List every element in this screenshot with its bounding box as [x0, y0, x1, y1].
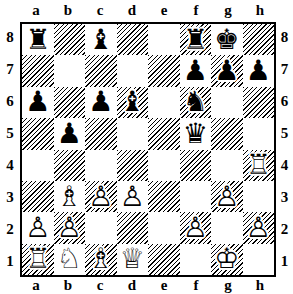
white-queen-d1[interactable]: ♛♕	[117, 244, 149, 275]
square-h6[interactable]	[243, 87, 275, 118]
rank-label-8: 8	[276, 22, 293, 54]
piece-glyph: ♙	[120, 183, 145, 211]
square-a4[interactable]	[22, 150, 54, 181]
square-g8[interactable]: ♚♚	[211, 24, 243, 55]
rank-label-1: 1	[0, 245, 20, 277]
rank-label-4: 4	[276, 150, 293, 182]
piece-glyph: ♜	[183, 26, 208, 54]
square-g1[interactable]: ♚♔	[211, 244, 243, 275]
black-pawn-c6[interactable]: ♟♟	[85, 87, 117, 118]
square-g6[interactable]	[211, 87, 243, 118]
white-pawn-c3[interactable]: ♟♙	[85, 181, 117, 212]
chess-board: ♜♜♝♝♜♜♚♚♟♟♟♟♟♟♟♟♟♟♝♝♞♞♟♟♛♛♜♖♝♗♟♙♟♙♟♙♟♙♟♙…	[20, 22, 276, 277]
piece-glyph: ♙	[246, 214, 271, 242]
piece-glyph: ♕	[120, 245, 145, 273]
square-a6[interactable]: ♟♟	[22, 87, 54, 118]
white-bishop-c1[interactable]: ♝♗	[85, 244, 117, 275]
square-f6[interactable]: ♞♞	[180, 87, 212, 118]
rank-label-2: 2	[0, 213, 20, 245]
square-g4[interactable]	[211, 150, 243, 181]
piece-glyph: ♖	[25, 245, 50, 273]
square-b2[interactable]: ♟♙	[54, 212, 86, 243]
white-pawn-g3[interactable]: ♟♙	[211, 181, 243, 212]
chess-diagram: a b c d e f g h 8 7 6 5 4 3 2 1 ♜♜♝♝♜♜♚♚…	[0, 0, 293, 294]
white-knight-b1[interactable]: ♞♘	[54, 244, 86, 275]
piece-glyph: ♙	[88, 183, 113, 211]
rank-label-5: 5	[0, 118, 20, 150]
piece-glyph: ♟	[214, 57, 239, 85]
white-rook-h4[interactable]: ♜♖	[243, 150, 275, 181]
piece-glyph: ♟	[183, 57, 208, 85]
square-c2[interactable]	[85, 212, 117, 243]
black-bishop-c8[interactable]: ♝♝	[85, 24, 117, 55]
piece-glyph: ♟	[246, 57, 271, 85]
file-labels-top: a b c d e f g h	[20, 0, 276, 21]
piece-glyph: ♖	[246, 151, 271, 179]
square-e3[interactable]	[148, 181, 180, 212]
square-f7[interactable]: ♟♟	[180, 55, 212, 86]
black-king-g8[interactable]: ♚♚	[211, 24, 243, 55]
piece-glyph: ♜	[25, 26, 50, 54]
square-d3[interactable]: ♟♙	[117, 181, 149, 212]
square-c4[interactable]	[85, 150, 117, 181]
black-queen-f5[interactable]: ♛♛	[180, 118, 212, 149]
file-label-c: c	[84, 277, 116, 294]
white-king-g1[interactable]: ♚♔	[211, 244, 243, 275]
piece-glyph: ♝	[88, 26, 113, 54]
square-g5[interactable]	[211, 118, 243, 149]
square-d4[interactable]	[117, 150, 149, 181]
black-pawn-a6[interactable]: ♟♟	[22, 87, 54, 118]
rank-label-3: 3	[0, 181, 20, 213]
square-e8[interactable]	[148, 24, 180, 55]
piece-glyph: ♛	[183, 120, 208, 148]
square-e7[interactable]	[148, 55, 180, 86]
square-e1[interactable]	[148, 244, 180, 275]
file-label-a: a	[20, 0, 52, 21]
white-rook-a1[interactable]: ♜♖	[22, 244, 54, 275]
square-h7[interactable]: ♟♟	[243, 55, 275, 86]
black-rook-a8[interactable]: ♜♜	[22, 24, 54, 55]
black-rook-f8[interactable]: ♜♜	[180, 24, 212, 55]
rank-label-1: 1	[276, 245, 293, 277]
square-a1[interactable]: ♜♖	[22, 244, 54, 275]
piece-glyph: ♝	[120, 88, 145, 116]
white-pawn-f2[interactable]: ♟♙	[180, 212, 212, 243]
piece-glyph: ♘	[57, 245, 82, 273]
piece-glyph: ♙	[25, 214, 50, 242]
square-e6[interactable]	[148, 87, 180, 118]
piece-glyph: ♞	[183, 88, 208, 116]
file-label-b: b	[52, 0, 84, 21]
file-label-d: d	[116, 277, 148, 294]
black-bishop-d6[interactable]: ♝♝	[117, 87, 149, 118]
square-h2[interactable]: ♟♙	[243, 212, 275, 243]
file-label-c: c	[84, 0, 116, 21]
square-d8[interactable]	[117, 24, 149, 55]
rank-label-8: 8	[0, 22, 20, 54]
square-b7[interactable]	[54, 55, 86, 86]
file-label-a: a	[20, 277, 52, 294]
square-c1[interactable]: ♝♗	[85, 244, 117, 275]
square-h8[interactable]	[243, 24, 275, 55]
black-pawn-f7[interactable]: ♟♟	[180, 55, 212, 86]
square-f8[interactable]: ♜♜	[180, 24, 212, 55]
piece-glyph: ♚	[214, 26, 239, 54]
square-f4[interactable]	[180, 150, 212, 181]
rank-label-3: 3	[276, 181, 293, 213]
square-d7[interactable]	[117, 55, 149, 86]
piece-glyph: ♟	[57, 120, 82, 148]
square-f1[interactable]	[180, 244, 212, 275]
square-c8[interactable]: ♝♝	[85, 24, 117, 55]
piece-glyph: ♙	[214, 183, 239, 211]
black-pawn-b5[interactable]: ♟♟	[54, 118, 86, 149]
square-d1[interactable]: ♛♕	[117, 244, 149, 275]
white-pawn-b2[interactable]: ♟♙	[54, 212, 86, 243]
square-c3[interactable]: ♟♙	[85, 181, 117, 212]
white-pawn-d3[interactable]: ♟♙	[117, 181, 149, 212]
piece-glyph: ♗	[57, 183, 82, 211]
piece-glyph: ♟	[88, 88, 113, 116]
square-b8[interactable]	[54, 24, 86, 55]
square-d5[interactable]	[117, 118, 149, 149]
file-label-g: g	[212, 0, 244, 21]
square-a8[interactable]: ♜♜	[22, 24, 54, 55]
white-pawn-a2[interactable]: ♟♙	[22, 212, 54, 243]
file-label-d: d	[116, 0, 148, 21]
square-b6[interactable]	[54, 87, 86, 118]
square-a5[interactable]	[22, 118, 54, 149]
square-b3[interactable]: ♝♗	[54, 181, 86, 212]
square-b4[interactable]	[54, 150, 86, 181]
square-h5[interactable]	[243, 118, 275, 149]
square-b1[interactable]: ♞♘	[54, 244, 86, 275]
white-pawn-h2[interactable]: ♟♙	[243, 212, 275, 243]
rank-label-2: 2	[276, 213, 293, 245]
black-pawn-h7[interactable]: ♟♟	[243, 55, 275, 86]
square-g7[interactable]: ♟♟	[211, 55, 243, 86]
square-b5[interactable]: ♟♟	[54, 118, 86, 149]
square-g2[interactable]	[211, 212, 243, 243]
rank-labels-left: 8 7 6 5 4 3 2 1	[0, 22, 20, 277]
rank-label-7: 7	[276, 54, 293, 86]
rank-label-5: 5	[276, 118, 293, 150]
file-label-h: h	[244, 0, 276, 21]
file-label-h: h	[244, 277, 276, 294]
rank-label-6: 6	[0, 86, 20, 118]
square-h4[interactable]: ♜♖	[243, 150, 275, 181]
square-e2[interactable]	[148, 212, 180, 243]
piece-glyph: ♟	[25, 88, 50, 116]
file-labels-bottom: a b c d e f g h	[20, 277, 276, 294]
square-f3[interactable]	[180, 181, 212, 212]
square-g3[interactable]: ♟♙	[211, 181, 243, 212]
square-a3[interactable]	[22, 181, 54, 212]
rank-labels-right: 8 7 6 5 4 3 2 1	[276, 22, 293, 277]
rank-label-6: 6	[276, 86, 293, 118]
file-label-g: g	[212, 277, 244, 294]
square-e5[interactable]	[148, 118, 180, 149]
black-knight-f6[interactable]: ♞♞	[180, 87, 212, 118]
file-label-f: f	[180, 0, 212, 21]
file-label-e: e	[148, 277, 180, 294]
rank-label-7: 7	[0, 54, 20, 86]
file-label-f: f	[180, 277, 212, 294]
square-c7[interactable]	[85, 55, 117, 86]
square-d2[interactable]	[117, 212, 149, 243]
square-f2[interactable]: ♟♙	[180, 212, 212, 243]
square-h1[interactable]	[243, 244, 275, 275]
square-c6[interactable]: ♟♟	[85, 87, 117, 118]
square-h3[interactable]	[243, 181, 275, 212]
square-d6[interactable]: ♝♝	[117, 87, 149, 118]
square-c5[interactable]	[85, 118, 117, 149]
square-a7[interactable]	[22, 55, 54, 86]
piece-glyph: ♗	[88, 245, 113, 273]
piece-glyph: ♙	[57, 214, 82, 242]
square-f5[interactable]: ♛♛	[180, 118, 212, 149]
rank-label-4: 4	[0, 150, 20, 182]
file-label-b: b	[52, 277, 84, 294]
square-e4[interactable]	[148, 150, 180, 181]
file-label-e: e	[148, 0, 180, 21]
piece-glyph: ♙	[183, 214, 208, 242]
black-pawn-g7[interactable]: ♟♟	[211, 55, 243, 86]
square-a2[interactable]: ♟♙	[22, 212, 54, 243]
piece-glyph: ♔	[214, 245, 239, 273]
white-bishop-b3[interactable]: ♝♗	[54, 181, 86, 212]
